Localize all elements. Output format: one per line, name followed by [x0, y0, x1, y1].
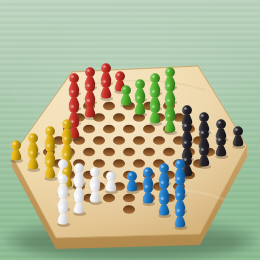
board-hole[interactable]: [123, 205, 135, 214]
board-hole[interactable]: [83, 148, 95, 157]
board-hole[interactable]: [143, 148, 155, 157]
board-hole[interactable]: [103, 125, 115, 134]
board-hole[interactable]: [133, 136, 145, 145]
board-hole[interactable]: [103, 194, 115, 203]
board-hole[interactable]: [113, 159, 125, 168]
board-hole[interactable]: [143, 125, 155, 134]
board-hole[interactable]: [103, 148, 115, 157]
chinese-checkers-board: [0, 0, 260, 260]
board-hole[interactable]: [83, 125, 95, 134]
board-hole[interactable]: [93, 136, 105, 145]
board-hole[interactable]: [103, 102, 115, 111]
board-hole[interactable]: [93, 159, 105, 168]
table-background: [0, 0, 260, 260]
board-hole[interactable]: [123, 148, 135, 157]
board-hole[interactable]: [153, 136, 165, 145]
board-hole[interactable]: [113, 113, 125, 122]
board-hole[interactable]: [123, 125, 135, 134]
board-hole[interactable]: [163, 148, 175, 157]
board-hole[interactable]: [113, 136, 125, 145]
board-hole[interactable]: [123, 194, 135, 203]
board-hole[interactable]: [133, 159, 145, 168]
